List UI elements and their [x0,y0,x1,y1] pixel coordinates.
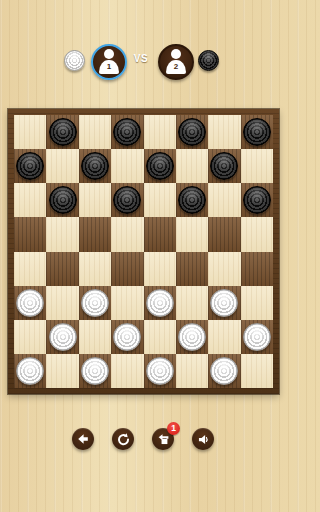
board-square-r1c2[interactable] [46,115,78,149]
board-square-r2c1[interactable] [14,149,46,183]
back-arrow-icon [77,433,89,445]
undo-button[interactable]: 1 [152,428,174,450]
board-square-r4c3[interactable] [79,217,111,251]
board-square-r2c5[interactable] [144,149,176,183]
board-square-r1c4[interactable] [111,115,143,149]
board-square-r3c3[interactable] [79,183,111,217]
checker-piece-white[interactable] [113,323,141,351]
board-square-r2c3[interactable] [79,149,111,183]
vs-label: VS [129,53,153,64]
board-square-r5c2[interactable] [46,252,78,286]
checker-piece-white[interactable] [81,289,109,317]
checker-piece-black[interactable] [146,152,174,180]
sound-button[interactable] [192,428,214,450]
board-square-r2c2[interactable] [46,149,78,183]
restart-icon [117,433,130,446]
person-body: 1 [99,60,119,74]
game-screen: 1 VS 2 [0,0,288,512]
undo-badge: 1 [167,422,180,435]
board-square-r2c8[interactable] [241,149,273,183]
board-square-r3c6[interactable] [176,183,208,217]
board-square-r6c7[interactable] [208,286,240,320]
checker-piece-white[interactable] [16,357,44,385]
checker-piece-white[interactable] [243,323,271,351]
checker-piece-white[interactable] [210,357,238,385]
board-square-r8c2[interactable] [46,354,78,388]
player1-number: 1 [107,63,111,71]
board-square-r4c1[interactable] [14,217,46,251]
board-square-r7c7[interactable] [208,320,240,354]
player1-person-icon: 1 [93,46,125,78]
board-square-r6c3[interactable] [79,286,111,320]
board-square-r5c5[interactable] [144,252,176,286]
board-square-r1c7[interactable] [208,115,240,149]
board-square-r5c1[interactable] [14,252,46,286]
board-square-r5c7[interactable] [208,252,240,286]
board-square-r6c1[interactable] [14,286,46,320]
board-square-r1c6[interactable] [176,115,208,149]
board-square-r1c8[interactable] [241,115,273,149]
board-square-r4c8[interactable] [241,217,273,251]
board-square-r3c8[interactable] [241,183,273,217]
checker-piece-black[interactable] [81,152,109,180]
checker-piece-white[interactable] [146,357,174,385]
board-square-r4c2[interactable] [46,217,78,251]
player1-white-checker-icon [64,50,85,71]
board-square-r7c8[interactable] [241,320,273,354]
board-square-r6c5[interactable] [144,286,176,320]
checker-piece-black[interactable] [49,186,77,214]
board-square-r6c6[interactable] [176,286,208,320]
board-square-r8c1[interactable] [14,354,46,388]
checker-piece-white[interactable] [146,289,174,317]
checker-piece-black[interactable] [178,118,206,146]
board-square-r7c4[interactable] [111,320,143,354]
player2-person-icon: 2 [160,46,192,78]
board-square-r4c5[interactable] [144,217,176,251]
board-square-r3c1[interactable] [14,183,46,217]
board-square-r2c7[interactable] [208,149,240,183]
board-square-r5c8[interactable] [241,252,273,286]
person-body: 2 [166,60,186,74]
checkers-board-frame [8,109,279,394]
board-square-r1c1[interactable] [14,115,46,149]
board-square-r3c2[interactable] [46,183,78,217]
player2-avatar[interactable]: 2 [158,44,194,80]
board-square-r4c6[interactable] [176,217,208,251]
board-square-r5c6[interactable] [176,252,208,286]
checker-piece-white[interactable] [210,289,238,317]
board-square-r3c7[interactable] [208,183,240,217]
checker-piece-white[interactable] [49,323,77,351]
restart-button[interactable] [112,428,134,450]
checker-piece-white[interactable] [178,323,206,351]
board-square-r7c1[interactable] [14,320,46,354]
undo-icon [157,433,170,446]
checkers-board [14,115,273,388]
board-square-r4c7[interactable] [208,217,240,251]
checker-piece-white[interactable] [81,357,109,385]
board-square-r7c6[interactable] [176,320,208,354]
player2-black-checker-icon [198,50,219,71]
board-square-r4c4[interactable] [111,217,143,251]
board-square-r8c7[interactable] [208,354,240,388]
toolbar: 1 [72,428,214,450]
person-head [104,49,114,59]
checker-piece-black[interactable] [49,118,77,146]
checker-piece-black[interactable] [243,186,271,214]
board-square-r8c5[interactable] [144,354,176,388]
board-square-r8c3[interactable] [79,354,111,388]
checker-piece-black[interactable] [16,152,44,180]
board-square-r7c3[interactable] [79,320,111,354]
board-square-r6c4[interactable] [111,286,143,320]
checker-piece-white[interactable] [16,289,44,317]
back-button[interactable] [72,428,94,450]
board-square-r6c2[interactable] [46,286,78,320]
checker-piece-black[interactable] [113,186,141,214]
board-square-r8c6[interactable] [176,354,208,388]
board-square-r5c3[interactable] [79,252,111,286]
board-square-r3c4[interactable] [111,183,143,217]
speaker-icon [197,433,210,446]
checker-piece-black[interactable] [243,118,271,146]
board-square-r3c5[interactable] [144,183,176,217]
board-square-r6c8[interactable] [241,286,273,320]
board-square-r2c4[interactable] [111,149,143,183]
board-square-r7c5[interactable] [144,320,176,354]
board-square-r1c3[interactable] [79,115,111,149]
board-square-r8c8[interactable] [241,354,273,388]
checker-piece-black[interactable] [113,118,141,146]
checker-piece-black[interactable] [210,152,238,180]
board-square-r8c4[interactable] [111,354,143,388]
checker-piece-black[interactable] [178,186,206,214]
board-square-r1c5[interactable] [144,115,176,149]
board-square-r7c2[interactable] [46,320,78,354]
player2-number: 2 [174,63,178,71]
person-head [171,49,181,59]
player1-avatar[interactable]: 1 [91,44,127,80]
board-square-r5c4[interactable] [111,252,143,286]
board-square-r2c6[interactable] [176,149,208,183]
